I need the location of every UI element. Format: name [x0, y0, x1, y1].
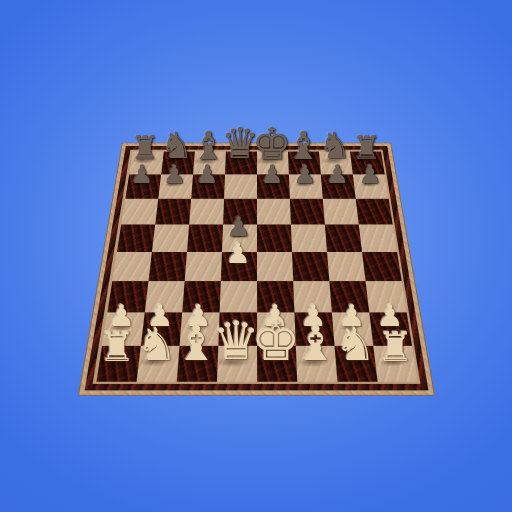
piece-black-pawn-f7[interactable]: ♟ [293, 162, 316, 188]
square-e6[interactable] [256, 198, 290, 224]
square-g4[interactable] [326, 251, 364, 280]
piece-black-pawn-d5[interactable]: ♟ [226, 213, 250, 240]
piece-white-bishop-c1[interactable]: ♝ [175, 320, 218, 368]
square-b6[interactable] [154, 198, 190, 224]
app-icon-background: ♜♞♝♛♚♝♞♜♟♟♟♟♟♟♟♟♟♟♟♟♟♟♟♟♜♞♝♛♚♝♞♜ [0, 0, 512, 512]
square-h5[interactable] [358, 224, 396, 251]
square-g5[interactable] [324, 224, 361, 251]
piece-black-pawn-g7[interactable]: ♟ [326, 162, 349, 188]
square-a4[interactable] [111, 251, 151, 280]
square-a6[interactable] [120, 198, 157, 224]
square-b5[interactable] [151, 224, 188, 251]
square-f5[interactable] [290, 224, 326, 251]
piece-black-pawn-c7[interactable]: ♟ [196, 162, 219, 188]
square-d7[interactable] [223, 174, 256, 198]
piece-white-pawn-d4[interactable]: ♟ [226, 240, 251, 268]
piece-black-pawn-b7[interactable]: ♟ [163, 162, 186, 188]
square-c6[interactable] [188, 198, 223, 224]
piece-black-pawn-e7[interactable]: ♟ [261, 162, 284, 188]
square-h6[interactable] [355, 198, 392, 224]
piece-white-rook-h1[interactable]: ♜ [377, 327, 413, 367]
square-e4[interactable] [256, 251, 292, 280]
piece-white-bishop-f1[interactable]: ♝ [294, 320, 337, 368]
square-c4[interactable] [184, 251, 221, 280]
square-e5[interactable] [256, 224, 291, 251]
square-b4[interactable] [148, 251, 186, 280]
square-c5[interactable] [186, 224, 222, 251]
piece-white-king-e1[interactable]: ♚ [251, 314, 300, 369]
square-g6[interactable] [322, 198, 358, 224]
square-f4[interactable] [291, 251, 328, 280]
piece-white-knight-g1[interactable]: ♞ [335, 322, 376, 368]
piece-white-rook-a1[interactable]: ♜ [99, 327, 135, 367]
square-d3[interactable] [219, 280, 256, 311]
piece-white-knight-b1[interactable]: ♞ [136, 322, 177, 368]
square-h4[interactable] [361, 251, 401, 280]
piece-black-pawn-h7[interactable]: ♟ [359, 162, 382, 188]
piece-black-pawn-a7[interactable]: ♟ [130, 162, 153, 188]
square-f6[interactable] [289, 198, 324, 224]
square-a5[interactable] [116, 224, 154, 251]
